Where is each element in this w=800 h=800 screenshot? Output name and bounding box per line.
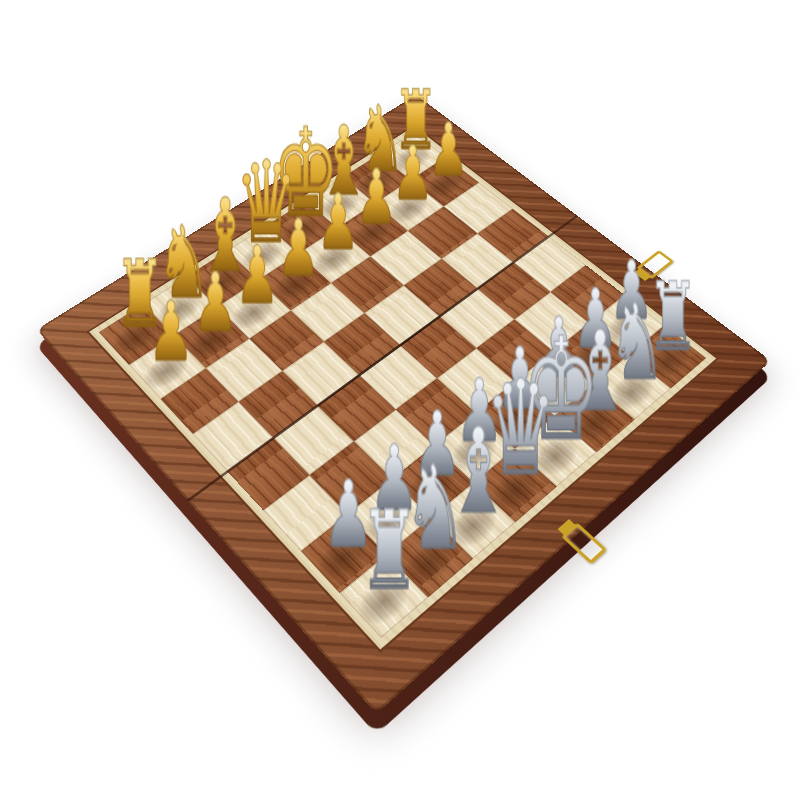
board-grid: ♜♞♝♛♚♝♞♜♟♟♟♟♟♟♟♟♟♟♟♟♟♟♟♟♜♞♝♛♚♝♞♜ bbox=[99, 132, 706, 638]
gold-pawn-piece: ♟ bbox=[277, 210, 320, 288]
product-photo-stage: ♜♞♝♛♚♝♞♜♟♟♟♟♟♟♟♟♟♟♟♟♟♟♟♟♜♞♝♛♚♝♞♜ bbox=[0, 0, 800, 800]
chess-board: ♜♞♝♛♚♝♞♜♟♟♟♟♟♟♟♟♟♟♟♟♟♟♟♟♜♞♝♛♚♝♞♜ bbox=[36, 95, 770, 714]
board-frame: ♜♞♝♛♚♝♞♜♟♟♟♟♟♟♟♟♟♟♟♟♟♟♟♟♜♞♝♛♚♝♞♜ bbox=[36, 95, 770, 714]
gold-pawn-piece: ♟ bbox=[317, 185, 359, 261]
gold-pawn-piece: ♟ bbox=[148, 291, 193, 373]
board-top: ♜♞♝♛♚♝♞♜♟♟♟♟♟♟♟♟♟♟♟♟♟♟♟♟♜♞♝♛♚♝♞♜ bbox=[36, 95, 770, 714]
gold-pawn-piece: ♟ bbox=[236, 236, 280, 315]
silver-rook-piece: ♜ bbox=[359, 497, 419, 605]
gold-pawn-piece: ♟ bbox=[193, 263, 237, 344]
gold-pawn-piece: ♟ bbox=[393, 137, 434, 211]
gold-pawn-piece: ♟ bbox=[429, 114, 469, 187]
gold-pawn-piece: ♟ bbox=[355, 161, 396, 236]
scene: ♜♞♝♛♚♝♞♜♟♟♟♟♟♟♟♟♟♟♟♟♟♟♟♟♜♞♝♛♚♝♞♜ bbox=[0, 0, 800, 800]
board-border-strip: ♜♞♝♛♚♝♞♜♟♟♟♟♟♟♟♟♟♟♟♟♟♟♟♟♜♞♝♛♚♝♞♜ bbox=[86, 125, 719, 653]
